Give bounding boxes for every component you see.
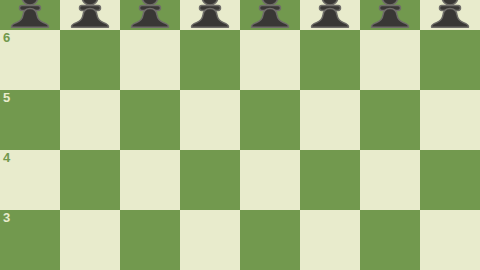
- square-f4[interactable]: [300, 150, 360, 210]
- square-c3[interactable]: [120, 210, 180, 270]
- square-h4[interactable]: [420, 150, 480, 210]
- piece-black-pawn-e7[interactable]: [240, 0, 300, 30]
- square-a4[interactable]: 4: [0, 150, 60, 210]
- square-e6[interactable]: [240, 30, 300, 90]
- square-h5[interactable]: [420, 90, 480, 150]
- piece-black-pawn-b7[interactable]: [60, 0, 120, 30]
- square-a6[interactable]: 6: [0, 30, 60, 90]
- rank-label-6: 6: [3, 31, 10, 46]
- square-f7[interactable]: [300, 0, 360, 30]
- chess-board: 6543: [0, 0, 480, 270]
- square-c4[interactable]: [120, 150, 180, 210]
- piece-black-pawn-d7[interactable]: [180, 0, 240, 30]
- square-g7[interactable]: [360, 0, 420, 30]
- square-h7[interactable]: [420, 0, 480, 30]
- square-b5[interactable]: [60, 90, 120, 150]
- square-c5[interactable]: [120, 90, 180, 150]
- square-f6[interactable]: [300, 30, 360, 90]
- square-e5[interactable]: [240, 90, 300, 150]
- piece-black-pawn-a7[interactable]: [0, 0, 60, 30]
- square-d6[interactable]: [180, 30, 240, 90]
- piece-black-pawn-f7[interactable]: [300, 0, 360, 30]
- square-c6[interactable]: [120, 30, 180, 90]
- square-d5[interactable]: [180, 90, 240, 150]
- square-d3[interactable]: [180, 210, 240, 270]
- square-g5[interactable]: [360, 90, 420, 150]
- square-e4[interactable]: [240, 150, 300, 210]
- square-h3[interactable]: [420, 210, 480, 270]
- rank-label-4: 4: [3, 151, 10, 166]
- square-e3[interactable]: [240, 210, 300, 270]
- square-c7[interactable]: [120, 0, 180, 30]
- square-d4[interactable]: [180, 150, 240, 210]
- rank-label-3: 3: [3, 211, 10, 226]
- square-d7[interactable]: [180, 0, 240, 30]
- rank-label-5: 5: [3, 91, 10, 106]
- square-b6[interactable]: [60, 30, 120, 90]
- chess-board-viewport: 6543: [0, 0, 480, 270]
- square-b4[interactable]: [60, 150, 120, 210]
- square-e7[interactable]: [240, 0, 300, 30]
- piece-black-pawn-g7[interactable]: [360, 0, 420, 30]
- square-a7[interactable]: [0, 0, 60, 30]
- square-a3[interactable]: 3: [0, 210, 60, 270]
- square-g6[interactable]: [360, 30, 420, 90]
- square-a5[interactable]: 5: [0, 90, 60, 150]
- square-g3[interactable]: [360, 210, 420, 270]
- square-b3[interactable]: [60, 210, 120, 270]
- square-h6[interactable]: [420, 30, 480, 90]
- piece-black-pawn-h7[interactable]: [420, 0, 480, 30]
- piece-black-pawn-c7[interactable]: [120, 0, 180, 30]
- square-f5[interactable]: [300, 90, 360, 150]
- square-f3[interactable]: [300, 210, 360, 270]
- square-g4[interactable]: [360, 150, 420, 210]
- square-b7[interactable]: [60, 0, 120, 30]
